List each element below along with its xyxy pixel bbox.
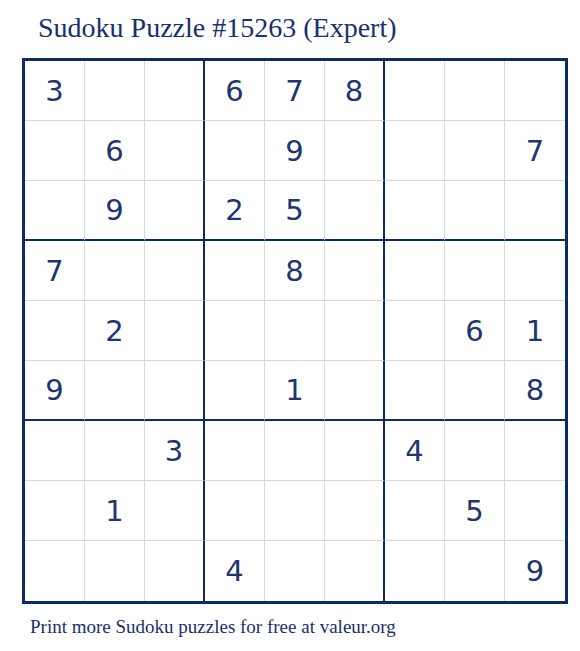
cell-r7c8[interactable] — [445, 421, 505, 481]
cell-r1c4[interactable]: 6 — [205, 61, 265, 121]
cell-r7c9[interactable] — [505, 421, 565, 481]
cell-r7c6[interactable] — [325, 421, 385, 481]
cell-r7c5[interactable] — [265, 421, 325, 481]
cell-r6c2[interactable] — [85, 361, 145, 421]
cell-r5c2[interactable]: 2 — [85, 301, 145, 361]
cell-r5c3[interactable] — [145, 301, 205, 361]
cell-r6c3[interactable] — [145, 361, 205, 421]
cell-r6c7[interactable] — [385, 361, 445, 421]
cell-r6c4[interactable] — [205, 361, 265, 421]
cell-r4c2[interactable] — [85, 241, 145, 301]
sudoku-board: 367869792578261918341549 — [22, 58, 568, 604]
cell-r5c7[interactable] — [385, 301, 445, 361]
cell-r9c9[interactable]: 9 — [505, 541, 565, 601]
cell-r3c8[interactable] — [445, 181, 505, 241]
cell-r2c2[interactable]: 6 — [85, 121, 145, 181]
cell-r6c9[interactable]: 8 — [505, 361, 565, 421]
cell-r3c7[interactable] — [385, 181, 445, 241]
cell-r3c6[interactable] — [325, 181, 385, 241]
cell-r3c5[interactable]: 5 — [265, 181, 325, 241]
cell-r3c1[interactable] — [25, 181, 85, 241]
cell-r4c8[interactable] — [445, 241, 505, 301]
cell-r8c2[interactable]: 1 — [85, 481, 145, 541]
cell-r2c8[interactable] — [445, 121, 505, 181]
cell-r4c5[interactable]: 8 — [265, 241, 325, 301]
cell-r1c6[interactable]: 8 — [325, 61, 385, 121]
cell-r8c9[interactable] — [505, 481, 565, 541]
cell-r2c5[interactable]: 9 — [265, 121, 325, 181]
cell-r5c1[interactable] — [25, 301, 85, 361]
cell-r1c5[interactable]: 7 — [265, 61, 325, 121]
cell-r1c9[interactable] — [505, 61, 565, 121]
cell-r2c1[interactable] — [25, 121, 85, 181]
cell-r2c9[interactable]: 7 — [505, 121, 565, 181]
cell-r8c8[interactable]: 5 — [445, 481, 505, 541]
cell-r9c4[interactable]: 4 — [205, 541, 265, 601]
cell-r2c4[interactable] — [205, 121, 265, 181]
cell-r6c6[interactable] — [325, 361, 385, 421]
cell-r3c2[interactable]: 9 — [85, 181, 145, 241]
cell-r4c7[interactable] — [385, 241, 445, 301]
footer-text: Print more Sudoku puzzles for free at va… — [30, 616, 396, 638]
cell-r1c2[interactable] — [85, 61, 145, 121]
cell-r8c5[interactable] — [265, 481, 325, 541]
cell-r5c5[interactable] — [265, 301, 325, 361]
cell-r4c6[interactable] — [325, 241, 385, 301]
cell-r1c1[interactable]: 3 — [25, 61, 85, 121]
cell-r8c7[interactable] — [385, 481, 445, 541]
cell-r2c3[interactable] — [145, 121, 205, 181]
cell-r1c3[interactable] — [145, 61, 205, 121]
cell-r6c1[interactable]: 9 — [25, 361, 85, 421]
cell-r9c7[interactable] — [385, 541, 445, 601]
cell-r9c8[interactable] — [445, 541, 505, 601]
cell-r7c4[interactable] — [205, 421, 265, 481]
cell-r7c3[interactable]: 3 — [145, 421, 205, 481]
cell-r7c2[interactable] — [85, 421, 145, 481]
cell-r9c2[interactable] — [85, 541, 145, 601]
cell-r5c8[interactable]: 6 — [445, 301, 505, 361]
cell-r5c9[interactable]: 1 — [505, 301, 565, 361]
cell-r4c9[interactable] — [505, 241, 565, 301]
cell-r9c5[interactable] — [265, 541, 325, 601]
cell-r9c6[interactable] — [325, 541, 385, 601]
cell-r5c6[interactable] — [325, 301, 385, 361]
cell-r7c1[interactable] — [25, 421, 85, 481]
cell-r6c5[interactable]: 1 — [265, 361, 325, 421]
cell-r4c4[interactable] — [205, 241, 265, 301]
cell-r2c6[interactable] — [325, 121, 385, 181]
cell-r8c4[interactable] — [205, 481, 265, 541]
cell-r1c7[interactable] — [385, 61, 445, 121]
cell-r2c7[interactable] — [385, 121, 445, 181]
cell-r3c3[interactable] — [145, 181, 205, 241]
cell-r1c8[interactable] — [445, 61, 505, 121]
cell-r6c8[interactable] — [445, 361, 505, 421]
cell-r8c6[interactable] — [325, 481, 385, 541]
cell-r4c1[interactable]: 7 — [25, 241, 85, 301]
cell-r4c3[interactable] — [145, 241, 205, 301]
cell-r3c9[interactable] — [505, 181, 565, 241]
page-title: Sudoku Puzzle #15263 (Expert) — [38, 12, 397, 44]
cell-r8c1[interactable] — [25, 481, 85, 541]
cell-r5c4[interactable] — [205, 301, 265, 361]
cell-r8c3[interactable] — [145, 481, 205, 541]
sudoku-page: Sudoku Puzzle #15263 (Expert) 3678697925… — [0, 0, 580, 651]
cell-r9c3[interactable] — [145, 541, 205, 601]
cell-r9c1[interactable] — [25, 541, 85, 601]
cell-r3c4[interactable]: 2 — [205, 181, 265, 241]
cell-r7c7[interactable]: 4 — [385, 421, 445, 481]
